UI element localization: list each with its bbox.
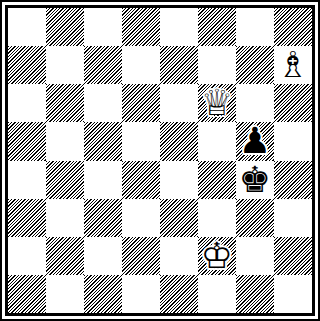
square-f1[interactable]: [198, 275, 236, 313]
square-c7[interactable]: [84, 46, 122, 84]
piece-white-queen[interactable]: ♛♕: [198, 84, 236, 122]
square-d6[interactable]: [122, 84, 160, 122]
square-b6[interactable]: [46, 84, 84, 122]
square-a6[interactable]: [8, 84, 46, 122]
square-b3[interactable]: [46, 199, 84, 237]
square-c8[interactable]: [84, 8, 122, 46]
square-a1[interactable]: [8, 275, 46, 313]
square-e8[interactable]: [160, 8, 198, 46]
square-b4[interactable]: [46, 161, 84, 199]
square-c1[interactable]: [84, 275, 122, 313]
square-b1[interactable]: [46, 275, 84, 313]
square-e7[interactable]: [160, 46, 198, 84]
square-a3[interactable]: [8, 199, 46, 237]
square-g4[interactable]: ♚♚: [236, 161, 274, 199]
white-queen-glyph: ♕: [198, 84, 236, 122]
white-bishop-glyph: ♗: [274, 46, 312, 84]
square-e4[interactable]: [160, 161, 198, 199]
square-a4[interactable]: [8, 161, 46, 199]
piece-white-bishop[interactable]: ♝♗: [274, 46, 312, 84]
square-d1[interactable]: [122, 275, 160, 313]
square-d8[interactable]: [122, 8, 160, 46]
square-h8[interactable]: [274, 8, 312, 46]
black-king-glyph: ♚: [236, 161, 274, 199]
square-h4[interactable]: [274, 161, 312, 199]
square-h7[interactable]: ♝♗: [274, 46, 312, 84]
square-a2[interactable]: [8, 237, 46, 275]
square-e1[interactable]: [160, 275, 198, 313]
square-c5[interactable]: [84, 122, 122, 160]
square-c4[interactable]: [84, 161, 122, 199]
piece-white-king[interactable]: ♚♔: [198, 237, 236, 275]
square-e6[interactable]: [160, 84, 198, 122]
square-f3[interactable]: [198, 199, 236, 237]
chessboard-frame: ♝♗♛♕♟♟♚♚♚♔: [0, 0, 320, 321]
square-h6[interactable]: [274, 84, 312, 122]
square-b7[interactable]: [46, 46, 84, 84]
square-d4[interactable]: [122, 161, 160, 199]
square-f2[interactable]: ♚♔: [198, 237, 236, 275]
square-f4[interactable]: [198, 161, 236, 199]
square-c3[interactable]: [84, 199, 122, 237]
square-b2[interactable]: [46, 237, 84, 275]
square-g3[interactable]: [236, 199, 274, 237]
white-king-glyph: ♔: [198, 237, 236, 275]
piece-black-pawn[interactable]: ♟♟: [236, 122, 274, 160]
square-h3[interactable]: [274, 199, 312, 237]
square-a8[interactable]: [8, 8, 46, 46]
square-d5[interactable]: [122, 122, 160, 160]
square-h2[interactable]: [274, 237, 312, 275]
square-c2[interactable]: [84, 237, 122, 275]
square-e2[interactable]: [160, 237, 198, 275]
square-f7[interactable]: [198, 46, 236, 84]
square-a7[interactable]: [8, 46, 46, 84]
chessboard: ♝♗♛♕♟♟♚♚♚♔: [5, 5, 315, 316]
square-g7[interactable]: [236, 46, 274, 84]
square-f6[interactable]: ♛♕: [198, 84, 236, 122]
piece-black-king[interactable]: ♚♚: [236, 161, 274, 199]
square-b8[interactable]: [46, 8, 84, 46]
square-h5[interactable]: [274, 122, 312, 160]
square-d2[interactable]: [122, 237, 160, 275]
square-e5[interactable]: [160, 122, 198, 160]
black-pawn-glyph: ♟: [236, 122, 274, 160]
square-g8[interactable]: [236, 8, 274, 46]
square-c6[interactable]: [84, 84, 122, 122]
square-f8[interactable]: [198, 8, 236, 46]
square-e3[interactable]: [160, 199, 198, 237]
square-g1[interactable]: [236, 275, 274, 313]
square-d7[interactable]: [122, 46, 160, 84]
square-d3[interactable]: [122, 199, 160, 237]
square-b5[interactable]: [46, 122, 84, 160]
square-g5[interactable]: ♟♟: [236, 122, 274, 160]
square-f5[interactable]: [198, 122, 236, 160]
square-g6[interactable]: [236, 84, 274, 122]
square-a5[interactable]: [8, 122, 46, 160]
square-h1[interactable]: [274, 275, 312, 313]
square-g2[interactable]: [236, 237, 274, 275]
